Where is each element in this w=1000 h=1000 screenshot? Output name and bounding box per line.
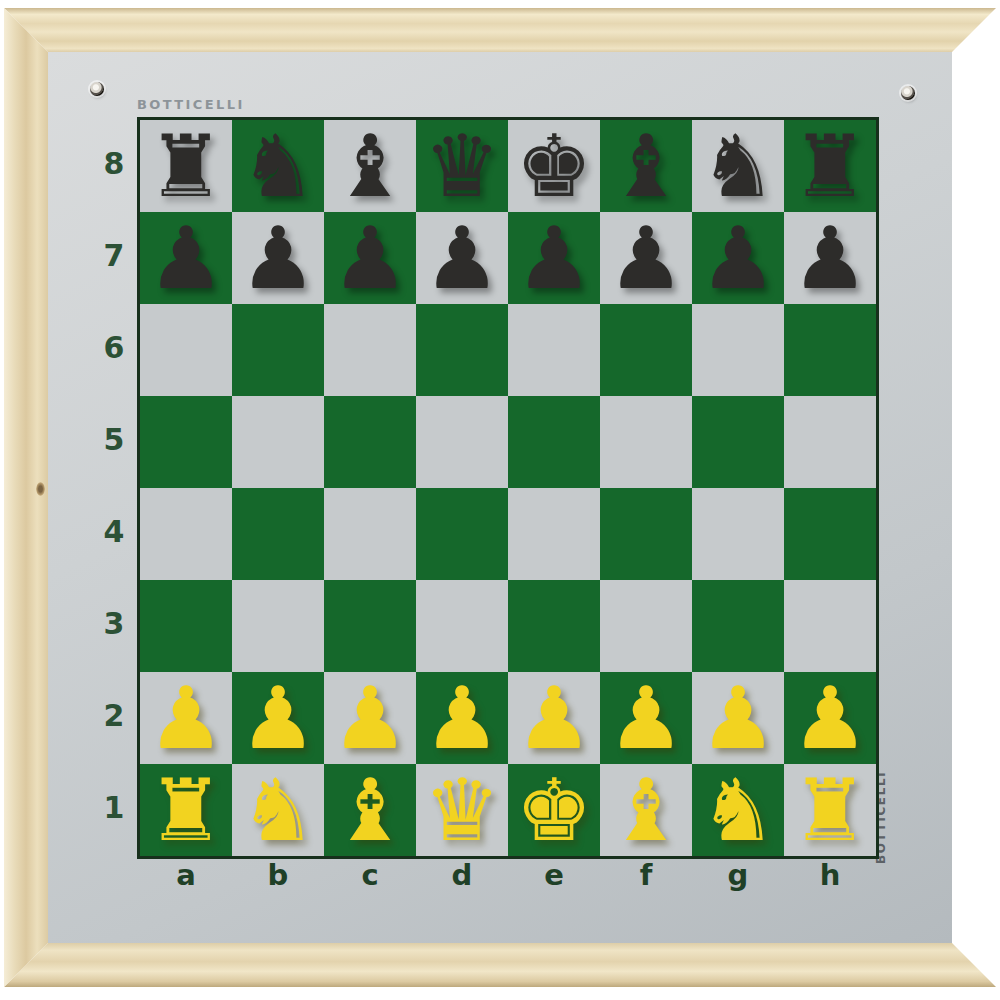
square-b5[interactable] [232,396,324,488]
rank-label-8: 8 [94,117,134,209]
square-c7[interactable]: ♟ [324,212,416,304]
square-d5[interactable] [416,396,508,488]
piece-yb-c1: ♝ [331,764,408,856]
square-f6[interactable] [600,304,692,396]
file-label-f: f [600,855,692,895]
square-c5[interactable] [324,396,416,488]
square-c1[interactable]: ♝ [324,764,416,856]
file-label-e: e [508,855,600,895]
square-h3[interactable] [784,580,876,672]
square-a4[interactable] [140,488,232,580]
square-d4[interactable] [416,488,508,580]
piece-yp-a2: ♟ [147,672,224,764]
square-g3[interactable] [692,580,784,672]
square-d2[interactable]: ♟ [416,672,508,764]
square-g1[interactable]: ♞ [692,764,784,856]
square-a2[interactable]: ♟ [140,672,232,764]
square-e1[interactable]: ♚ [508,764,600,856]
square-g7[interactable]: ♟ [692,212,784,304]
square-h4[interactable] [784,488,876,580]
frame-left-bar [4,8,50,987]
square-a6[interactable] [140,304,232,396]
square-e5[interactable] [508,396,600,488]
square-b2[interactable]: ♟ [232,672,324,764]
square-h8[interactable]: ♜ [784,120,876,212]
square-c4[interactable] [324,488,416,580]
square-f2[interactable]: ♟ [600,672,692,764]
square-b1[interactable]: ♞ [232,764,324,856]
file-label-a: a [140,855,232,895]
square-b6[interactable] [232,304,324,396]
piece-bn-b8: ♞ [239,120,316,212]
square-g5[interactable] [692,396,784,488]
square-g6[interactable] [692,304,784,396]
piece-br-h8: ♜ [791,120,868,212]
square-a8[interactable]: ♜ [140,120,232,212]
demo-chessboard-photo: BOTTICELLI BOTTICELLI ♜♞♝♛♚♝♞♜♟♟♟♟♟♟♟♟♟♟… [0,0,1000,1000]
piece-bp-f7: ♟ [607,212,684,304]
frame-right-bar [950,8,996,987]
square-e2[interactable]: ♟ [508,672,600,764]
piece-bp-g7: ♟ [699,212,776,304]
rank-label-4: 4 [94,485,134,577]
piece-bq-d8: ♛ [423,120,500,212]
square-f3[interactable] [600,580,692,672]
square-f1[interactable]: ♝ [600,764,692,856]
square-f8[interactable]: ♝ [600,120,692,212]
square-e4[interactable] [508,488,600,580]
square-h6[interactable] [784,304,876,396]
square-b7[interactable]: ♟ [232,212,324,304]
square-f4[interactable] [600,488,692,580]
file-label-c: c [324,855,416,895]
square-h1[interactable]: ♜ [784,764,876,856]
square-d3[interactable] [416,580,508,672]
square-a5[interactable] [140,396,232,488]
square-d8[interactable]: ♛ [416,120,508,212]
screw-hole-top-left [90,82,104,96]
square-b3[interactable] [232,580,324,672]
piece-yn-b1: ♞ [239,764,316,856]
piece-yr-h1: ♜ [791,764,868,856]
rank-label-6: 6 [94,301,134,393]
square-b8[interactable]: ♞ [232,120,324,212]
piece-bb-c8: ♝ [331,120,408,212]
piece-yp-e2: ♟ [515,672,592,764]
file-label-d: d [416,855,508,895]
piece-yb-f1: ♝ [607,764,684,856]
square-f7[interactable]: ♟ [600,212,692,304]
piece-bp-d7: ♟ [423,212,500,304]
piece-br-a8: ♜ [147,120,224,212]
square-e7[interactable]: ♟ [508,212,600,304]
square-a1[interactable]: ♜ [140,764,232,856]
piece-yq-d1: ♛ [423,764,500,856]
square-d1[interactable]: ♛ [416,764,508,856]
rank-label-3: 3 [94,577,134,669]
piece-yp-g2: ♟ [699,672,776,764]
rank-label-7: 7 [94,209,134,301]
square-g2[interactable]: ♟ [692,672,784,764]
square-d6[interactable] [416,304,508,396]
piece-yp-c2: ♟ [331,672,408,764]
square-c6[interactable] [324,304,416,396]
square-e6[interactable] [508,304,600,396]
brand-label-top: BOTTICELLI [137,97,245,112]
square-a7[interactable]: ♟ [140,212,232,304]
square-f5[interactable] [600,396,692,488]
piece-bp-e7: ♟ [515,212,592,304]
rank-labels: 87654321 [94,117,134,859]
rank-label-2: 2 [94,669,134,761]
square-a3[interactable] [140,580,232,672]
piece-yn-g1: ♞ [699,764,776,856]
piece-bn-g8: ♞ [699,120,776,212]
square-d7[interactable]: ♟ [416,212,508,304]
piece-bp-b7: ♟ [239,212,316,304]
piece-yp-d2: ♟ [423,672,500,764]
square-c2[interactable]: ♟ [324,672,416,764]
screw-hole-top-right [901,86,915,100]
square-h7[interactable]: ♟ [784,212,876,304]
square-g4[interactable] [692,488,784,580]
piece-yp-b2: ♟ [239,672,316,764]
file-label-g: g [692,855,784,895]
file-labels: abcdefgh [140,855,876,895]
piece-bk-e8: ♚ [515,120,592,212]
chess-board: ♜♞♝♛♚♝♞♜♟♟♟♟♟♟♟♟♟♟♟♟♟♟♟♟♜♞♝♛♚♝♞♜ [137,117,879,859]
frame-bottom-bar [4,941,996,987]
rank-label-5: 5 [94,393,134,485]
square-c8[interactable]: ♝ [324,120,416,212]
piece-yp-h2: ♟ [791,672,868,764]
square-e8[interactable]: ♚ [508,120,600,212]
square-h2[interactable]: ♟ [784,672,876,764]
piece-yr-a1: ♜ [147,764,224,856]
rank-label-1: 1 [94,761,134,853]
piece-yk-e1: ♚ [515,764,592,856]
square-h5[interactable] [784,396,876,488]
frame-top-bar [4,8,996,54]
wood-knot [36,482,45,496]
square-b4[interactable] [232,488,324,580]
square-c3[interactable] [324,580,416,672]
piece-bp-h7: ♟ [791,212,868,304]
file-label-b: b [232,855,324,895]
piece-bp-a7: ♟ [147,212,224,304]
square-g8[interactable]: ♞ [692,120,784,212]
piece-bp-c7: ♟ [331,212,408,304]
piece-yp-f2: ♟ [607,672,684,764]
piece-bb-f8: ♝ [607,120,684,212]
file-label-h: h [784,855,876,895]
square-e3[interactable] [508,580,600,672]
